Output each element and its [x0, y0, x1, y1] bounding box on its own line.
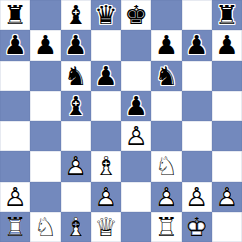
square-g1[interactable]: ♚♔ — [182, 212, 212, 242]
white-knight-piece[interactable]: ♞♘ — [151, 151, 181, 181]
square-b4[interactable] — [30, 121, 60, 151]
white-rook-piece[interactable]: ♜♖ — [0, 212, 30, 242]
square-a1[interactable]: ♜♖ — [0, 212, 30, 242]
square-c6[interactable]: ♞ — [61, 61, 91, 91]
white-pawn-piece[interactable]: ♟♙ — [61, 151, 91, 181]
square-c8[interactable]: ♝ — [61, 0, 91, 30]
square-f4[interactable] — [151, 121, 181, 151]
black-pawn-piece[interactable]: ♟ — [61, 30, 91, 60]
square-h6[interactable] — [212, 61, 242, 91]
square-f8[interactable] — [151, 0, 181, 30]
square-d8[interactable]: ♛ — [91, 0, 121, 30]
white-pawn-piece[interactable]: ♟♙ — [91, 182, 121, 212]
square-d7[interactable] — [91, 30, 121, 60]
piece-outline: ♖ — [3, 212, 26, 242]
black-bishop-piece[interactable]: ♝ — [61, 91, 91, 121]
square-h2[interactable]: ♟♙ — [212, 182, 242, 212]
white-king-piece[interactable]: ♚♔ — [182, 212, 212, 242]
piece-outline: ♖ — [155, 212, 178, 242]
black-rook-piece[interactable]: ♜ — [0, 0, 30, 30]
black-queen-piece[interactable]: ♛ — [91, 0, 121, 30]
square-b1[interactable]: ♞♘ — [30, 212, 60, 242]
square-g5[interactable] — [182, 91, 212, 121]
square-d1[interactable]: ♛♕ — [91, 212, 121, 242]
piece-outline: ♙ — [3, 182, 26, 212]
black-pawn-piece[interactable]: ♟ — [0, 30, 30, 60]
square-e4[interactable]: ♟♙ — [121, 121, 151, 151]
black-pawn-piece[interactable]: ♟ — [91, 61, 121, 91]
white-rook-piece[interactable]: ♜♖ — [151, 212, 181, 242]
square-g3[interactable] — [182, 151, 212, 181]
piece-outline: ♙ — [94, 182, 117, 212]
black-pawn-piece[interactable]: ♟ — [30, 30, 60, 60]
square-g4[interactable] — [182, 121, 212, 151]
black-pawn-piece[interactable]: ♟ — [212, 30, 242, 60]
square-h8[interactable]: ♜ — [212, 0, 242, 30]
square-b7[interactable]: ♟ — [30, 30, 60, 60]
square-h1[interactable] — [212, 212, 242, 242]
white-pawn-piece[interactable]: ♟♙ — [182, 182, 212, 212]
square-f1[interactable]: ♜♖ — [151, 212, 181, 242]
white-queen-piece[interactable]: ♛♕ — [91, 212, 121, 242]
square-e8[interactable]: ♚ — [121, 0, 151, 30]
square-e3[interactable] — [121, 151, 151, 181]
black-knight-piece[interactable]: ♞ — [61, 61, 91, 91]
piece-outline: ♙ — [155, 182, 178, 212]
square-f6[interactable]: ♞ — [151, 61, 181, 91]
square-f5[interactable] — [151, 91, 181, 121]
square-a5[interactable] — [0, 91, 30, 121]
square-a8[interactable]: ♜ — [0, 0, 30, 30]
square-c1[interactable]: ♝♗ — [61, 212, 91, 242]
square-c2[interactable] — [61, 182, 91, 212]
square-g2[interactable]: ♟♙ — [182, 182, 212, 212]
square-b2[interactable] — [30, 182, 60, 212]
black-pawn-piece[interactable]: ♟ — [151, 30, 181, 60]
piece-outline: ♘ — [34, 212, 57, 242]
piece-outline: ♔ — [185, 212, 208, 242]
black-king-piece[interactable]: ♚ — [121, 0, 151, 30]
square-f3[interactable]: ♞♘ — [151, 151, 181, 181]
black-knight-piece[interactable]: ♞ — [151, 61, 181, 91]
square-a7[interactable]: ♟ — [0, 30, 30, 60]
square-f2[interactable]: ♟♙ — [151, 182, 181, 212]
square-e7[interactable] — [121, 30, 151, 60]
square-a2[interactable]: ♟♙ — [0, 182, 30, 212]
piece-outline: ♗ — [64, 212, 87, 242]
square-c3[interactable]: ♟♙ — [61, 151, 91, 181]
square-a3[interactable] — [0, 151, 30, 181]
square-c4[interactable] — [61, 121, 91, 151]
piece-outline: ♙ — [185, 182, 208, 212]
square-d4[interactable] — [91, 121, 121, 151]
square-b6[interactable] — [30, 61, 60, 91]
square-g7[interactable]: ♟ — [182, 30, 212, 60]
square-h5[interactable] — [212, 91, 242, 121]
white-knight-piece[interactable]: ♞♘ — [30, 212, 60, 242]
square-b8[interactable] — [30, 0, 60, 30]
square-e1[interactable] — [121, 212, 151, 242]
square-h3[interactable] — [212, 151, 242, 181]
square-f7[interactable]: ♟ — [151, 30, 181, 60]
white-pawn-piece[interactable]: ♟♙ — [121, 121, 151, 151]
piece-outline: ♙ — [215, 182, 238, 212]
white-bishop-piece[interactable]: ♝♗ — [91, 151, 121, 181]
square-c5[interactable]: ♝ — [61, 91, 91, 121]
square-d6[interactable]: ♟ — [91, 61, 121, 91]
square-d2[interactable]: ♟♙ — [91, 182, 121, 212]
white-pawn-piece[interactable]: ♟♙ — [0, 182, 30, 212]
chess-board: ♜♝♛♚♜♟♟♟♟♟♟♞♟♞♝♟♟♙♟♙♝♗♞♘♟♙♟♙♟♙♟♙♟♙♜♖♞♘♝♗… — [0, 0, 242, 242]
black-pawn-piece[interactable]: ♟ — [121, 91, 151, 121]
black-pawn-piece[interactable]: ♟ — [182, 30, 212, 60]
square-a4[interactable] — [0, 121, 30, 151]
white-bishop-piece[interactable]: ♝♗ — [61, 212, 91, 242]
square-g6[interactable] — [182, 61, 212, 91]
piece-outline: ♙ — [124, 121, 147, 151]
black-rook-piece[interactable]: ♜ — [212, 0, 242, 30]
piece-outline: ♙ — [64, 151, 87, 181]
square-e5[interactable]: ♟ — [121, 91, 151, 121]
square-h4[interactable] — [212, 121, 242, 151]
white-pawn-piece[interactable]: ♟♙ — [151, 182, 181, 212]
white-pawn-piece[interactable]: ♟♙ — [212, 182, 242, 212]
piece-outline: ♘ — [155, 151, 178, 181]
black-bishop-piece[interactable]: ♝ — [61, 0, 91, 30]
square-a6[interactable] — [0, 61, 30, 91]
piece-outline: ♕ — [94, 212, 117, 242]
square-c7[interactable]: ♟ — [61, 30, 91, 60]
square-d3[interactable]: ♝♗ — [91, 151, 121, 181]
square-e2[interactable] — [121, 182, 151, 212]
piece-outline: ♗ — [94, 151, 117, 181]
square-b5[interactable] — [30, 91, 60, 121]
square-d5[interactable] — [91, 91, 121, 121]
square-b3[interactable] — [30, 151, 60, 181]
square-h7[interactable]: ♟ — [212, 30, 242, 60]
square-e6[interactable] — [121, 61, 151, 91]
square-g8[interactable] — [182, 0, 212, 30]
